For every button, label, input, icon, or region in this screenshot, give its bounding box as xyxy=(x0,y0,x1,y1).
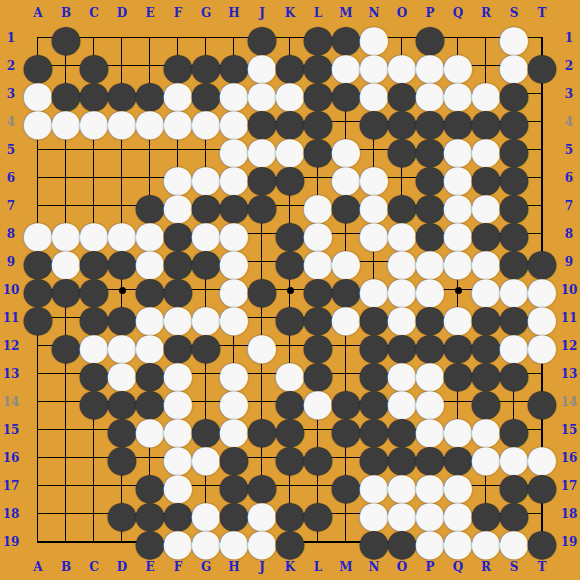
intersection-C19[interactable] xyxy=(80,528,108,556)
intersection-K15[interactable]: ● xyxy=(276,416,304,444)
intersection-O17[interactable]: ● xyxy=(388,472,416,500)
intersection-B8[interactable]: ● xyxy=(52,220,80,248)
intersection-G10[interactable] xyxy=(192,276,220,304)
intersection-B6[interactable] xyxy=(52,164,80,192)
intersection-S15[interactable]: ● xyxy=(500,416,528,444)
intersection-G11[interactable]: ● xyxy=(192,304,220,332)
intersection-P7[interactable]: ● xyxy=(416,192,444,220)
intersection-J15[interactable]: ● xyxy=(248,416,276,444)
intersection-F1[interactable] xyxy=(164,24,192,52)
intersection-F6[interactable]: ● xyxy=(164,164,192,192)
intersection-P3[interactable]: ● xyxy=(416,80,444,108)
intersection-Q6[interactable]: ● xyxy=(444,164,472,192)
intersection-L19[interactable] xyxy=(304,528,332,556)
intersection-D16[interactable]: ● xyxy=(108,444,136,472)
intersection-T13[interactable] xyxy=(528,360,556,388)
intersection-H13[interactable]: ● xyxy=(220,360,248,388)
intersection-R8[interactable]: ● xyxy=(472,220,500,248)
intersection-L12[interactable]: ● xyxy=(304,332,332,360)
intersection-M2[interactable]: ● xyxy=(332,52,360,80)
intersection-B18[interactable] xyxy=(52,500,80,528)
intersection-Q13[interactable]: ● xyxy=(444,360,472,388)
intersection-L4[interactable]: ● xyxy=(304,108,332,136)
intersection-B17[interactable] xyxy=(52,472,80,500)
intersection-T9[interactable]: ● xyxy=(528,248,556,276)
intersection-R11[interactable]: ● xyxy=(472,304,500,332)
intersection-D19[interactable] xyxy=(108,528,136,556)
intersection-G6[interactable]: ● xyxy=(192,164,220,192)
intersection-M7[interactable]: ● xyxy=(332,192,360,220)
intersection-T14[interactable]: ● xyxy=(528,388,556,416)
intersection-R16[interactable]: ● xyxy=(472,444,500,472)
intersection-E4[interactable]: ● xyxy=(136,108,164,136)
intersection-F4[interactable]: ● xyxy=(164,108,192,136)
intersection-F11[interactable]: ● xyxy=(164,304,192,332)
intersection-B7[interactable] xyxy=(52,192,80,220)
intersection-A14[interactable] xyxy=(24,388,52,416)
intersection-T3[interactable] xyxy=(528,80,556,108)
intersection-N16[interactable]: ● xyxy=(360,444,388,472)
intersection-J14[interactable] xyxy=(248,388,276,416)
intersection-T17[interactable]: ● xyxy=(528,472,556,500)
intersection-K18[interactable]: ● xyxy=(276,500,304,528)
intersection-A17[interactable] xyxy=(24,472,52,500)
intersection-F7[interactable]: ● xyxy=(164,192,192,220)
intersection-O6[interactable] xyxy=(388,164,416,192)
intersection-B1[interactable]: ● xyxy=(52,24,80,52)
intersection-B16[interactable] xyxy=(52,444,80,472)
intersection-D11[interactable]: ● xyxy=(108,304,136,332)
intersection-D13[interactable]: ● xyxy=(108,360,136,388)
intersection-D5[interactable] xyxy=(108,136,136,164)
intersection-Q15[interactable]: ● xyxy=(444,416,472,444)
intersection-N9[interactable] xyxy=(360,248,388,276)
intersection-N14[interactable]: ● xyxy=(360,388,388,416)
intersection-L7[interactable]: ● xyxy=(304,192,332,220)
intersection-C18[interactable] xyxy=(80,500,108,528)
intersection-H3[interactable]: ● xyxy=(220,80,248,108)
intersection-F14[interactable]: ● xyxy=(164,388,192,416)
intersection-A15[interactable] xyxy=(24,416,52,444)
intersection-O15[interactable]: ● xyxy=(388,416,416,444)
intersection-C8[interactable]: ● xyxy=(80,220,108,248)
intersection-G3[interactable]: ● xyxy=(192,80,220,108)
intersection-Q8[interactable]: ● xyxy=(444,220,472,248)
intersection-J9[interactable] xyxy=(248,248,276,276)
intersection-M15[interactable]: ● xyxy=(332,416,360,444)
intersection-C17[interactable] xyxy=(80,472,108,500)
intersection-E2[interactable] xyxy=(136,52,164,80)
intersection-J5[interactable]: ● xyxy=(248,136,276,164)
intersection-E5[interactable] xyxy=(136,136,164,164)
intersection-S3[interactable]: ● xyxy=(500,80,528,108)
intersection-B19[interactable] xyxy=(52,528,80,556)
intersection-F9[interactable]: ● xyxy=(164,248,192,276)
intersection-A5[interactable] xyxy=(24,136,52,164)
intersection-P19[interactable]: ● xyxy=(416,528,444,556)
intersection-F12[interactable]: ● xyxy=(164,332,192,360)
intersection-K7[interactable] xyxy=(276,192,304,220)
intersection-N2[interactable]: ● xyxy=(360,52,388,80)
intersection-R10[interactable]: ● xyxy=(472,276,500,304)
intersection-E1[interactable] xyxy=(136,24,164,52)
intersection-J12[interactable]: ● xyxy=(248,332,276,360)
intersection-D14[interactable]: ● xyxy=(108,388,136,416)
intersection-E15[interactable]: ● xyxy=(136,416,164,444)
intersection-D7[interactable] xyxy=(108,192,136,220)
intersection-R18[interactable]: ● xyxy=(472,500,500,528)
intersection-G2[interactable]: ● xyxy=(192,52,220,80)
intersection-S11[interactable]: ● xyxy=(500,304,528,332)
intersection-P1[interactable]: ● xyxy=(416,24,444,52)
intersection-E14[interactable]: ● xyxy=(136,388,164,416)
intersection-M9[interactable]: ● xyxy=(332,248,360,276)
intersection-M5[interactable]: ● xyxy=(332,136,360,164)
intersection-B11[interactable] xyxy=(52,304,80,332)
intersection-K9[interactable]: ● xyxy=(276,248,304,276)
intersection-B10[interactable]: ● xyxy=(52,276,80,304)
intersection-C7[interactable] xyxy=(80,192,108,220)
intersection-J17[interactable]: ● xyxy=(248,472,276,500)
intersection-K10[interactable] xyxy=(276,276,304,304)
intersection-P16[interactable]: ● xyxy=(416,444,444,472)
intersection-D1[interactable] xyxy=(108,24,136,52)
intersection-P2[interactable]: ● xyxy=(416,52,444,80)
intersection-N19[interactable]: ● xyxy=(360,528,388,556)
intersection-A8[interactable]: ● xyxy=(24,220,52,248)
intersection-F5[interactable] xyxy=(164,136,192,164)
intersection-P15[interactable]: ● xyxy=(416,416,444,444)
intersection-C15[interactable] xyxy=(80,416,108,444)
intersection-R19[interactable]: ● xyxy=(472,528,500,556)
intersection-S4[interactable]: ● xyxy=(500,108,528,136)
intersection-H11[interactable]: ● xyxy=(220,304,248,332)
intersection-K19[interactable]: ● xyxy=(276,528,304,556)
intersection-H17[interactable]: ● xyxy=(220,472,248,500)
intersection-K1[interactable] xyxy=(276,24,304,52)
intersection-K12[interactable] xyxy=(276,332,304,360)
intersection-Q5[interactable]: ● xyxy=(444,136,472,164)
intersection-H10[interactable]: ● xyxy=(220,276,248,304)
intersection-C11[interactable]: ● xyxy=(80,304,108,332)
intersection-N11[interactable]: ● xyxy=(360,304,388,332)
intersection-E18[interactable]: ● xyxy=(136,500,164,528)
intersection-J6[interactable]: ● xyxy=(248,164,276,192)
intersection-F8[interactable]: ● xyxy=(164,220,192,248)
intersection-S10[interactable]: ● xyxy=(500,276,528,304)
intersection-R5[interactable]: ● xyxy=(472,136,500,164)
intersection-B4[interactable]: ● xyxy=(52,108,80,136)
intersection-A11[interactable]: ● xyxy=(24,304,52,332)
intersection-S18[interactable]: ● xyxy=(500,500,528,528)
intersection-J2[interactable]: ● xyxy=(248,52,276,80)
intersection-O4[interactable]: ● xyxy=(388,108,416,136)
intersection-H12[interactable] xyxy=(220,332,248,360)
intersection-H1[interactable] xyxy=(220,24,248,52)
intersection-N12[interactable]: ● xyxy=(360,332,388,360)
intersection-Q2[interactable]: ● xyxy=(444,52,472,80)
intersection-E3[interactable]: ● xyxy=(136,80,164,108)
intersection-P14[interactable]: ● xyxy=(416,388,444,416)
intersection-M16[interactable] xyxy=(332,444,360,472)
intersection-N17[interactable]: ● xyxy=(360,472,388,500)
intersection-J8[interactable] xyxy=(248,220,276,248)
intersection-C10[interactable]: ● xyxy=(80,276,108,304)
intersection-M3[interactable]: ● xyxy=(332,80,360,108)
intersection-N10[interactable]: ● xyxy=(360,276,388,304)
intersection-F10[interactable]: ● xyxy=(164,276,192,304)
intersection-J1[interactable]: ● xyxy=(248,24,276,52)
intersection-P4[interactable]: ● xyxy=(416,108,444,136)
intersection-T10[interactable]: ● xyxy=(528,276,556,304)
intersection-F17[interactable]: ● xyxy=(164,472,192,500)
intersection-Q7[interactable]: ● xyxy=(444,192,472,220)
intersection-J10[interactable]: ● xyxy=(248,276,276,304)
intersection-K16[interactable]: ● xyxy=(276,444,304,472)
intersection-N1[interactable]: ● xyxy=(360,24,388,52)
intersection-C6[interactable] xyxy=(80,164,108,192)
intersection-S19[interactable]: ● xyxy=(500,528,528,556)
intersection-L18[interactable]: ● xyxy=(304,500,332,528)
intersection-R4[interactable]: ● xyxy=(472,108,500,136)
intersection-P18[interactable]: ● xyxy=(416,500,444,528)
intersection-R6[interactable]: ● xyxy=(472,164,500,192)
intersection-J13[interactable] xyxy=(248,360,276,388)
intersection-M1[interactable]: ● xyxy=(332,24,360,52)
intersection-E12[interactable]: ● xyxy=(136,332,164,360)
intersection-K11[interactable]: ● xyxy=(276,304,304,332)
intersection-A4[interactable]: ● xyxy=(24,108,52,136)
intersection-C13[interactable]: ● xyxy=(80,360,108,388)
intersection-T6[interactable] xyxy=(528,164,556,192)
intersection-Q16[interactable]: ● xyxy=(444,444,472,472)
intersection-O1[interactable] xyxy=(388,24,416,52)
intersection-R15[interactable]: ● xyxy=(472,416,500,444)
intersection-O5[interactable]: ● xyxy=(388,136,416,164)
intersection-A18[interactable] xyxy=(24,500,52,528)
intersection-K13[interactable]: ● xyxy=(276,360,304,388)
intersection-K6[interactable]: ● xyxy=(276,164,304,192)
intersection-N5[interactable] xyxy=(360,136,388,164)
intersection-H2[interactable]: ● xyxy=(220,52,248,80)
intersection-L1[interactable]: ● xyxy=(304,24,332,52)
intersection-P6[interactable]: ● xyxy=(416,164,444,192)
intersection-S2[interactable]: ● xyxy=(500,52,528,80)
intersection-O2[interactable]: ● xyxy=(388,52,416,80)
intersection-E7[interactable]: ● xyxy=(136,192,164,220)
intersection-E11[interactable]: ● xyxy=(136,304,164,332)
intersection-L9[interactable]: ● xyxy=(304,248,332,276)
intersection-D10[interactable] xyxy=(108,276,136,304)
intersection-S13[interactable]: ● xyxy=(500,360,528,388)
intersection-C9[interactable]: ● xyxy=(80,248,108,276)
intersection-F18[interactable]: ● xyxy=(164,500,192,528)
intersection-P5[interactable]: ● xyxy=(416,136,444,164)
intersection-D9[interactable]: ● xyxy=(108,248,136,276)
intersection-G19[interactable]: ● xyxy=(192,528,220,556)
intersection-E10[interactable]: ● xyxy=(136,276,164,304)
intersection-C12[interactable]: ● xyxy=(80,332,108,360)
intersection-G5[interactable] xyxy=(192,136,220,164)
intersection-Q11[interactable]: ● xyxy=(444,304,472,332)
intersection-A19[interactable] xyxy=(24,528,52,556)
intersection-A16[interactable] xyxy=(24,444,52,472)
intersection-H14[interactable]: ● xyxy=(220,388,248,416)
intersection-G17[interactable] xyxy=(192,472,220,500)
intersection-J16[interactable] xyxy=(248,444,276,472)
intersection-C3[interactable]: ● xyxy=(80,80,108,108)
intersection-P11[interactable]: ● xyxy=(416,304,444,332)
intersection-K4[interactable]: ● xyxy=(276,108,304,136)
intersection-E6[interactable] xyxy=(136,164,164,192)
intersection-Q18[interactable]: ● xyxy=(444,500,472,528)
intersection-N6[interactable]: ● xyxy=(360,164,388,192)
intersection-R12[interactable]: ● xyxy=(472,332,500,360)
intersection-L3[interactable]: ● xyxy=(304,80,332,108)
intersection-J11[interactable] xyxy=(248,304,276,332)
intersection-O3[interactable]: ● xyxy=(388,80,416,108)
intersection-L11[interactable]: ● xyxy=(304,304,332,332)
intersection-B5[interactable] xyxy=(52,136,80,164)
intersection-R17[interactable] xyxy=(472,472,500,500)
intersection-B14[interactable] xyxy=(52,388,80,416)
intersection-T16[interactable]: ● xyxy=(528,444,556,472)
intersection-S6[interactable]: ● xyxy=(500,164,528,192)
intersection-R9[interactable]: ● xyxy=(472,248,500,276)
intersection-A3[interactable]: ● xyxy=(24,80,52,108)
intersection-T1[interactable] xyxy=(528,24,556,52)
intersection-Q3[interactable]: ● xyxy=(444,80,472,108)
intersection-T8[interactable] xyxy=(528,220,556,248)
intersection-L16[interactable]: ● xyxy=(304,444,332,472)
intersection-T5[interactable] xyxy=(528,136,556,164)
intersection-D8[interactable]: ● xyxy=(108,220,136,248)
intersection-M17[interactable]: ● xyxy=(332,472,360,500)
intersection-M14[interactable]: ● xyxy=(332,388,360,416)
intersection-G16[interactable]: ● xyxy=(192,444,220,472)
intersection-T2[interactable]: ● xyxy=(528,52,556,80)
intersection-F15[interactable]: ● xyxy=(164,416,192,444)
intersection-N4[interactable]: ● xyxy=(360,108,388,136)
intersection-O9[interactable]: ● xyxy=(388,248,416,276)
intersection-P12[interactable]: ● xyxy=(416,332,444,360)
intersection-R3[interactable]: ● xyxy=(472,80,500,108)
intersection-K5[interactable]: ● xyxy=(276,136,304,164)
intersection-N3[interactable]: ● xyxy=(360,80,388,108)
intersection-S5[interactable]: ● xyxy=(500,136,528,164)
intersection-O8[interactable]: ● xyxy=(388,220,416,248)
intersection-G15[interactable]: ● xyxy=(192,416,220,444)
intersection-H18[interactable]: ● xyxy=(220,500,248,528)
intersection-F13[interactable]: ● xyxy=(164,360,192,388)
intersection-S16[interactable]: ● xyxy=(500,444,528,472)
intersection-J19[interactable]: ● xyxy=(248,528,276,556)
intersection-A12[interactable] xyxy=(24,332,52,360)
intersection-E8[interactable]: ● xyxy=(136,220,164,248)
intersection-H7[interactable]: ● xyxy=(220,192,248,220)
intersection-O10[interactable]: ● xyxy=(388,276,416,304)
intersection-M4[interactable] xyxy=(332,108,360,136)
intersection-G7[interactable]: ● xyxy=(192,192,220,220)
intersection-D12[interactable]: ● xyxy=(108,332,136,360)
intersection-D3[interactable]: ● xyxy=(108,80,136,108)
intersection-M19[interactable] xyxy=(332,528,360,556)
intersection-H6[interactable]: ● xyxy=(220,164,248,192)
intersection-Q17[interactable]: ● xyxy=(444,472,472,500)
intersection-D4[interactable]: ● xyxy=(108,108,136,136)
intersection-L8[interactable]: ● xyxy=(304,220,332,248)
intersection-M18[interactable] xyxy=(332,500,360,528)
intersection-A9[interactable]: ● xyxy=(24,248,52,276)
intersection-E9[interactable]: ● xyxy=(136,248,164,276)
intersection-P8[interactable]: ● xyxy=(416,220,444,248)
intersection-G4[interactable]: ● xyxy=(192,108,220,136)
intersection-K3[interactable]: ● xyxy=(276,80,304,108)
intersection-O14[interactable]: ● xyxy=(388,388,416,416)
intersection-D2[interactable] xyxy=(108,52,136,80)
intersection-F3[interactable]: ● xyxy=(164,80,192,108)
intersection-O7[interactable]: ● xyxy=(388,192,416,220)
intersection-S17[interactable]: ● xyxy=(500,472,528,500)
intersection-H8[interactable]: ● xyxy=(220,220,248,248)
intersection-F16[interactable]: ● xyxy=(164,444,192,472)
intersection-C16[interactable] xyxy=(80,444,108,472)
intersection-T19[interactable]: ● xyxy=(528,528,556,556)
intersection-K8[interactable]: ● xyxy=(276,220,304,248)
intersection-H9[interactable]: ● xyxy=(220,248,248,276)
intersection-R14[interactable]: ● xyxy=(472,388,500,416)
intersection-A13[interactable] xyxy=(24,360,52,388)
intersection-F19[interactable]: ● xyxy=(164,528,192,556)
intersection-Q19[interactable]: ● xyxy=(444,528,472,556)
intersection-Q12[interactable]: ● xyxy=(444,332,472,360)
intersection-G1[interactable] xyxy=(192,24,220,52)
intersection-L2[interactable]: ● xyxy=(304,52,332,80)
intersection-L6[interactable] xyxy=(304,164,332,192)
intersection-T11[interactable]: ● xyxy=(528,304,556,332)
intersection-H5[interactable]: ● xyxy=(220,136,248,164)
intersection-M12[interactable] xyxy=(332,332,360,360)
intersection-K17[interactable] xyxy=(276,472,304,500)
intersection-D15[interactable]: ● xyxy=(108,416,136,444)
intersection-A1[interactable] xyxy=(24,24,52,52)
intersection-E19[interactable]: ● xyxy=(136,528,164,556)
intersection-B15[interactable] xyxy=(52,416,80,444)
intersection-K2[interactable]: ● xyxy=(276,52,304,80)
intersection-N13[interactable]: ● xyxy=(360,360,388,388)
intersection-N18[interactable]: ● xyxy=(360,500,388,528)
intersection-D6[interactable] xyxy=(108,164,136,192)
intersection-D17[interactable] xyxy=(108,472,136,500)
intersection-C5[interactable] xyxy=(80,136,108,164)
intersection-S9[interactable]: ● xyxy=(500,248,528,276)
intersection-J7[interactable]: ● xyxy=(248,192,276,220)
intersection-L13[interactable]: ● xyxy=(304,360,332,388)
intersection-E16[interactable] xyxy=(136,444,164,472)
intersection-J4[interactable]: ● xyxy=(248,108,276,136)
intersection-B13[interactable] xyxy=(52,360,80,388)
intersection-S1[interactable]: ● xyxy=(500,24,528,52)
intersection-D18[interactable]: ● xyxy=(108,500,136,528)
intersection-A10[interactable]: ● xyxy=(24,276,52,304)
intersection-S14[interactable] xyxy=(500,388,528,416)
intersection-R7[interactable]: ● xyxy=(472,192,500,220)
intersection-S7[interactable]: ● xyxy=(500,192,528,220)
intersection-M6[interactable]: ● xyxy=(332,164,360,192)
intersection-G9[interactable]: ● xyxy=(192,248,220,276)
intersection-Q4[interactable]: ● xyxy=(444,108,472,136)
intersection-E17[interactable]: ● xyxy=(136,472,164,500)
